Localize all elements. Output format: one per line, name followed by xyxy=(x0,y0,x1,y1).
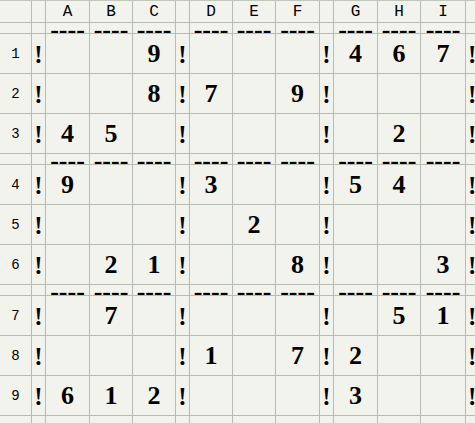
vertical-box-separator: ! xyxy=(466,114,475,154)
vertical-box-separator-label: ! xyxy=(34,253,42,278)
horizontal-box-separator: ---- xyxy=(133,416,176,423)
cell-I7[interactable]: 1 xyxy=(421,296,466,336)
horizontal-box-separator-label: ---- xyxy=(194,410,229,423)
spreadsheet-grid: ABCDEFGHI-------------------------------… xyxy=(0,0,475,423)
horizontal-box-separator-label: ---- xyxy=(280,410,315,423)
vertical-box-separator-label: ! xyxy=(322,173,330,198)
vertical-box-separator: ! xyxy=(176,205,190,245)
vertical-box-separator-label: ! xyxy=(322,344,330,369)
vertical-box-separator-label: ! xyxy=(34,384,42,409)
cell-F8-label: 7 xyxy=(291,343,304,369)
row-header-9-label: 9 xyxy=(11,389,19,403)
separator-gap xyxy=(320,416,334,423)
separator-gap xyxy=(320,285,334,296)
vertical-box-separator-label: ! xyxy=(34,122,42,147)
cell-G1-label: 4 xyxy=(349,41,362,67)
horizontal-box-separator: ---- xyxy=(46,23,90,34)
vertical-box-separator: ! xyxy=(466,34,475,74)
cell-F6-label: 8 xyxy=(291,252,304,278)
cell-C7[interactable] xyxy=(133,296,176,336)
separator-gap xyxy=(466,285,475,296)
cell-H5[interactable] xyxy=(378,205,421,245)
vertical-box-separator-label: ! xyxy=(34,173,42,198)
horizontal-box-separator: ---- xyxy=(334,416,378,423)
horizontal-box-separator: ---- xyxy=(334,23,378,34)
vertical-box-separator: ! xyxy=(320,296,334,336)
row-header-3: 3 xyxy=(0,114,32,154)
horizontal-box-separator: ---- xyxy=(190,285,233,296)
cell-H7[interactable]: 5 xyxy=(378,296,421,336)
horizontal-box-separator: ---- xyxy=(90,285,133,296)
cell-C4[interactable] xyxy=(133,165,176,205)
cell-G9-label: 3 xyxy=(349,383,362,409)
vertical-box-separator: ! xyxy=(32,34,46,74)
cell-A2[interactable] xyxy=(46,74,90,114)
horizontal-box-separator: ---- xyxy=(90,154,133,165)
horizontal-box-separator: ---- xyxy=(378,416,421,423)
horizontal-box-separator-label: ---- xyxy=(338,410,373,423)
cell-E2[interactable] xyxy=(233,74,276,114)
vertical-box-separator: ! xyxy=(176,74,190,114)
horizontal-box-separator: ---- xyxy=(46,154,90,165)
cell-B6-label: 2 xyxy=(105,252,118,278)
vertical-box-separator-label: ! xyxy=(322,253,330,278)
row-header-4: 4 xyxy=(0,165,32,205)
vertical-box-separator-label: ! xyxy=(322,213,330,238)
vertical-box-separator-label: ! xyxy=(178,384,186,409)
row-header-9: 9 xyxy=(0,376,32,416)
horizontal-box-separator: ---- xyxy=(46,285,90,296)
horizontal-box-separator: ---- xyxy=(334,154,378,165)
vertical-box-separator: ! xyxy=(320,114,334,154)
horizontal-box-separator: ---- xyxy=(378,285,421,296)
vertical-box-separator-label: ! xyxy=(178,344,186,369)
cell-B9-label: 1 xyxy=(105,383,118,409)
vertical-box-separator: ! xyxy=(466,245,475,285)
cell-C1[interactable]: 9 xyxy=(133,34,176,74)
vertical-box-separator-label: ! xyxy=(178,42,186,67)
separator-gap xyxy=(466,23,475,34)
cell-B7-label: 7 xyxy=(105,303,118,329)
cell-B1[interactable] xyxy=(90,34,133,74)
horizontal-box-separator-label: ---- xyxy=(237,410,272,423)
separator-gap xyxy=(320,23,334,34)
vertical-box-separator-label: ! xyxy=(178,122,186,147)
row-header-8-label: 8 xyxy=(11,349,19,363)
separator-gap xyxy=(0,154,32,165)
horizontal-box-separator: ---- xyxy=(133,154,176,165)
vertical-box-separator-label: ! xyxy=(34,213,42,238)
cell-D4-label: 3 xyxy=(205,172,218,198)
vertical-box-separator: ! xyxy=(320,34,334,74)
vertical-box-separator: ! xyxy=(176,114,190,154)
vertical-box-separator: ! xyxy=(32,336,46,376)
row-header-2: 2 xyxy=(0,74,32,114)
separator-gap xyxy=(32,1,46,23)
horizontal-box-separator: ---- xyxy=(276,154,320,165)
horizontal-box-separator: ---- xyxy=(133,23,176,34)
cell-I8[interactable] xyxy=(421,336,466,376)
row-header-5-label: 5 xyxy=(11,218,19,232)
cell-H4[interactable]: 4 xyxy=(378,165,421,205)
vertical-box-separator: ! xyxy=(176,245,190,285)
horizontal-box-separator: ---- xyxy=(233,154,276,165)
vertical-box-separator: ! xyxy=(466,74,475,114)
cell-D1[interactable] xyxy=(190,34,233,74)
cell-C2[interactable]: 8 xyxy=(133,74,176,114)
horizontal-box-separator: ---- xyxy=(421,285,466,296)
vertical-box-separator-label: ! xyxy=(322,122,330,147)
vertical-box-separator: ! xyxy=(320,205,334,245)
horizontal-box-separator: ---- xyxy=(133,285,176,296)
horizontal-box-separator: ---- xyxy=(190,154,233,165)
vertical-box-separator: ! xyxy=(176,296,190,336)
cell-G8[interactable]: 2 xyxy=(334,336,378,376)
vertical-box-separator-label: ! xyxy=(178,82,186,107)
vertical-box-separator-label: ! xyxy=(322,304,330,329)
cell-F7[interactable] xyxy=(276,296,320,336)
cell-F4[interactable] xyxy=(276,165,320,205)
cell-B2[interactable] xyxy=(90,74,133,114)
vertical-box-separator-label: ! xyxy=(468,213,475,238)
vertical-box-separator: ! xyxy=(320,336,334,376)
cell-D2-label: 7 xyxy=(205,81,218,107)
cell-E1[interactable] xyxy=(233,34,276,74)
vertical-box-separator: ! xyxy=(466,376,475,416)
row-header-3-label: 3 xyxy=(11,127,19,141)
separator-gap xyxy=(0,285,32,296)
cell-H7-label: 5 xyxy=(393,303,406,329)
vertical-box-separator-label: ! xyxy=(468,173,475,198)
vertical-box-separator: ! xyxy=(176,165,190,205)
cell-E7[interactable] xyxy=(233,296,276,336)
vertical-box-separator-label: ! xyxy=(468,304,475,329)
cell-G1[interactable]: 4 xyxy=(334,34,378,74)
row-header-6-label: 6 xyxy=(11,258,19,272)
vertical-box-separator-label: ! xyxy=(322,82,330,107)
cell-F8[interactable]: 7 xyxy=(276,336,320,376)
cell-B7[interactable]: 7 xyxy=(90,296,133,336)
cell-H2[interactable] xyxy=(378,74,421,114)
row-header-5: 5 xyxy=(0,205,32,245)
horizontal-box-separator: ---- xyxy=(421,23,466,34)
vertical-box-separator-label: ! xyxy=(34,42,42,67)
separator-gap xyxy=(466,1,475,23)
separator-gap xyxy=(176,285,190,296)
cell-H1[interactable]: 6 xyxy=(378,34,421,74)
cell-D5[interactable] xyxy=(190,205,233,245)
cell-I5[interactable] xyxy=(421,205,466,245)
cell-C2-label: 8 xyxy=(148,81,161,107)
separator-gap xyxy=(320,154,334,165)
vertical-box-separator: ! xyxy=(320,245,334,285)
cell-A4[interactable]: 9 xyxy=(46,165,90,205)
separator-gap xyxy=(466,154,475,165)
cell-D7[interactable] xyxy=(190,296,233,336)
cell-I4[interactable] xyxy=(421,165,466,205)
horizontal-box-separator-label: ---- xyxy=(426,410,461,423)
cell-C1-label: 9 xyxy=(148,41,161,67)
cell-A9-label: 6 xyxy=(61,383,74,409)
horizontal-box-separator-label: ---- xyxy=(137,410,172,423)
cell-A1[interactable] xyxy=(46,34,90,74)
cell-C5[interactable] xyxy=(133,205,176,245)
cell-B4[interactable] xyxy=(90,165,133,205)
row-header-1: 1 xyxy=(0,34,32,74)
cell-E5-label: 2 xyxy=(248,212,261,238)
vertical-box-separator: ! xyxy=(320,74,334,114)
vertical-box-separator-label: ! xyxy=(34,304,42,329)
vertical-box-separator: ! xyxy=(466,205,475,245)
horizontal-box-separator: ---- xyxy=(421,154,466,165)
horizontal-box-separator: ---- xyxy=(421,416,466,423)
vertical-box-separator-label: ! xyxy=(322,384,330,409)
separator-gap xyxy=(176,23,190,34)
cell-A4-label: 9 xyxy=(61,172,74,198)
cell-D8[interactable]: 1 xyxy=(190,336,233,376)
separator-gap xyxy=(320,1,334,23)
sudoku-spreadsheet-page: { "game": "sudoku", "position": "..9...4… xyxy=(0,0,475,423)
vertical-box-separator: ! xyxy=(320,165,334,205)
cell-B3-label: 5 xyxy=(105,121,118,147)
vertical-box-separator-label: ! xyxy=(322,42,330,67)
vertical-box-separator-label: ! xyxy=(468,122,475,147)
separator-gap xyxy=(32,416,46,423)
horizontal-box-separator: ---- xyxy=(276,416,320,423)
vertical-box-separator: ! xyxy=(32,74,46,114)
vertical-box-separator: ! xyxy=(32,296,46,336)
cell-B5[interactable] xyxy=(90,205,133,245)
cell-H1-label: 6 xyxy=(393,41,406,67)
cell-F2[interactable]: 9 xyxy=(276,74,320,114)
vertical-box-separator-label: ! xyxy=(178,304,186,329)
cell-H3-label: 2 xyxy=(393,121,406,147)
separator-gap xyxy=(32,285,46,296)
cell-G2[interactable] xyxy=(334,74,378,114)
cell-E4[interactable] xyxy=(233,165,276,205)
cell-I1[interactable]: 7 xyxy=(421,34,466,74)
cell-I7-label: 1 xyxy=(437,303,450,329)
cell-C6-label: 1 xyxy=(148,252,161,278)
vertical-box-separator-label: ! xyxy=(468,344,475,369)
horizontal-box-separator-label: ---- xyxy=(382,410,417,423)
cell-G5[interactable] xyxy=(334,205,378,245)
horizontal-box-separator: ---- xyxy=(233,416,276,423)
horizontal-box-separator-label: ---- xyxy=(50,410,85,423)
horizontal-box-separator: ---- xyxy=(276,23,320,34)
cell-D2[interactable]: 7 xyxy=(190,74,233,114)
horizontal-box-separator: ---- xyxy=(233,23,276,34)
horizontal-box-separator: ---- xyxy=(90,416,133,423)
separator-gap xyxy=(176,154,190,165)
cell-G4[interactable]: 5 xyxy=(334,165,378,205)
horizontal-box-separator-label: ---- xyxy=(94,410,129,423)
vertical-box-separator-label: ! xyxy=(178,253,186,278)
horizontal-box-separator: ---- xyxy=(190,23,233,34)
cell-I6-label: 3 xyxy=(437,252,450,278)
separator-gap xyxy=(176,1,190,23)
vertical-box-separator: ! xyxy=(176,34,190,74)
vertical-box-separator: ! xyxy=(32,205,46,245)
cell-F1[interactable] xyxy=(276,34,320,74)
cell-H4-label: 4 xyxy=(393,172,406,198)
vertical-box-separator: ! xyxy=(32,114,46,154)
cell-G4-label: 5 xyxy=(349,172,362,198)
cell-A8[interactable] xyxy=(46,336,90,376)
horizontal-box-separator: ---- xyxy=(276,285,320,296)
horizontal-box-separator: ---- xyxy=(190,416,233,423)
vertical-box-separator-label: ! xyxy=(468,384,475,409)
separator-gap xyxy=(0,416,32,423)
row-header-7: 7 xyxy=(0,296,32,336)
cell-F5[interactable] xyxy=(276,205,320,245)
horizontal-box-separator: ---- xyxy=(90,23,133,34)
row-header-4-label: 4 xyxy=(11,178,19,192)
row-header-1-label: 1 xyxy=(11,47,19,61)
cell-G8-label: 2 xyxy=(349,343,362,369)
separator-gap xyxy=(32,23,46,34)
cell-G7[interactable] xyxy=(334,296,378,336)
row-header-7-label: 7 xyxy=(11,309,19,323)
separator-gap xyxy=(176,416,190,423)
vertical-box-separator-label: ! xyxy=(34,82,42,107)
separator-gap xyxy=(32,154,46,165)
vertical-box-separator: ! xyxy=(466,336,475,376)
vertical-box-separator-label: ! xyxy=(468,253,475,278)
cell-E8[interactable] xyxy=(233,336,276,376)
vertical-box-separator-label: ! xyxy=(468,42,475,67)
cell-D8-label: 1 xyxy=(205,343,218,369)
horizontal-box-separator: ---- xyxy=(334,285,378,296)
row-header-8: 8 xyxy=(0,336,32,376)
vertical-box-separator-label: ! xyxy=(468,82,475,107)
cell-C8[interactable] xyxy=(133,336,176,376)
cell-A3-label: 4 xyxy=(61,121,74,147)
cell-E5[interactable]: 2 xyxy=(233,205,276,245)
vertical-box-separator: ! xyxy=(176,376,190,416)
cell-D4[interactable]: 3 xyxy=(190,165,233,205)
vertical-box-separator: ! xyxy=(32,245,46,285)
cell-H8[interactable] xyxy=(378,336,421,376)
cell-C9-label: 2 xyxy=(148,383,161,409)
vertical-box-separator-label: ! xyxy=(34,344,42,369)
vertical-box-separator: ! xyxy=(466,296,475,336)
cell-F2-label: 9 xyxy=(291,81,304,107)
vertical-box-separator: ! xyxy=(320,376,334,416)
vertical-box-separator: ! xyxy=(32,376,46,416)
horizontal-box-separator: ---- xyxy=(233,285,276,296)
vertical-box-separator-label: ! xyxy=(178,173,186,198)
vertical-box-separator: ! xyxy=(466,165,475,205)
cell-A7[interactable] xyxy=(46,296,90,336)
cell-A5[interactable] xyxy=(46,205,90,245)
separator-gap xyxy=(0,23,32,34)
vertical-box-separator: ! xyxy=(176,336,190,376)
horizontal-box-separator: ---- xyxy=(378,23,421,34)
corner-cell xyxy=(0,1,32,23)
separator-gap xyxy=(466,416,475,423)
cell-B8[interactable] xyxy=(90,336,133,376)
cell-I1-label: 7 xyxy=(437,41,450,67)
row-header-2-label: 2 xyxy=(11,87,19,101)
horizontal-box-separator: ---- xyxy=(46,416,90,423)
horizontal-box-separator: ---- xyxy=(378,154,421,165)
vertical-box-separator: ! xyxy=(32,165,46,205)
cell-I2[interactable] xyxy=(421,74,466,114)
row-header-6: 6 xyxy=(0,245,32,285)
vertical-box-separator-label: ! xyxy=(178,213,186,238)
